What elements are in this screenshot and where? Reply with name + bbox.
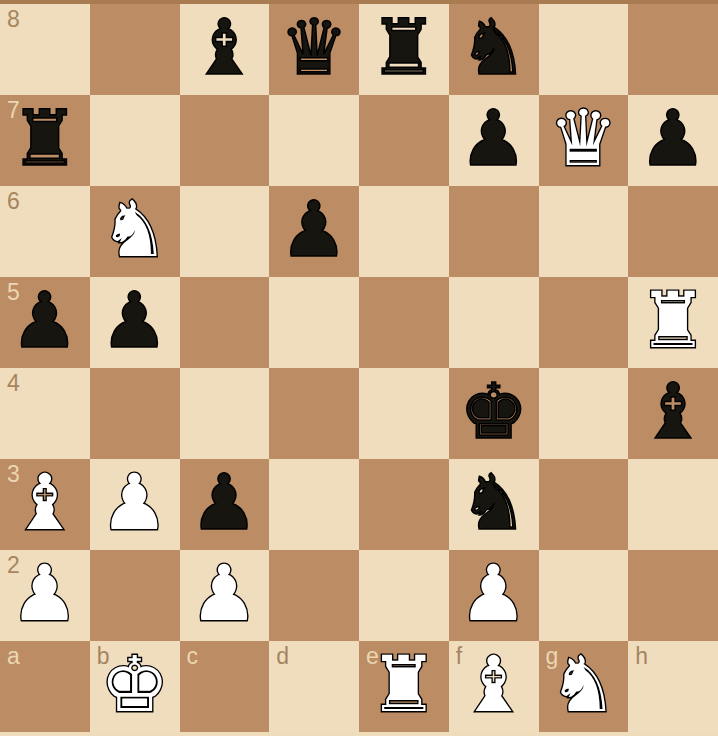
square-e5[interactable] [359, 277, 449, 368]
square-b1[interactable]: b♚ [90, 641, 180, 732]
piece-black-rook[interactable]: ♜ [10, 100, 79, 177]
square-e1[interactable]: e♜ [359, 641, 449, 732]
coord-file-d: d [276, 643, 289, 671]
square-h4[interactable]: ♝ [628, 368, 718, 459]
square-f5[interactable] [449, 277, 539, 368]
square-c6[interactable] [180, 186, 270, 277]
square-g6[interactable] [539, 186, 629, 277]
square-g5[interactable] [539, 277, 629, 368]
square-d8[interactable]: ♛ [269, 4, 359, 95]
square-g7[interactable]: ♛ [539, 95, 629, 186]
square-e8[interactable]: ♜ [359, 4, 449, 95]
coord-file-a: a [7, 643, 20, 671]
square-b8[interactable] [90, 4, 180, 95]
piece-black-knight[interactable]: ♞ [459, 9, 528, 86]
piece-black-rook[interactable]: ♜ [369, 9, 438, 86]
square-g8[interactable] [539, 4, 629, 95]
piece-black-queen[interactable]: ♛ [280, 9, 349, 86]
square-f8[interactable]: ♞ [449, 4, 539, 95]
square-h2[interactable] [628, 550, 718, 641]
square-f4[interactable]: ♚ [449, 368, 539, 459]
piece-white-knight[interactable]: ♞ [100, 191, 169, 268]
square-a5[interactable]: 5♟ [0, 277, 90, 368]
piece-white-knight[interactable]: ♞ [549, 646, 618, 723]
square-f6[interactable] [449, 186, 539, 277]
square-f3[interactable]: ♞ [449, 459, 539, 550]
coord-rank-6: 6 [7, 188, 20, 216]
square-h3[interactable] [628, 459, 718, 550]
square-b4[interactable] [90, 368, 180, 459]
square-b2[interactable] [90, 550, 180, 641]
square-d7[interactable] [269, 95, 359, 186]
square-h8[interactable] [628, 4, 718, 95]
piece-white-pawn[interactable]: ♟ [459, 555, 528, 632]
piece-black-pawn[interactable]: ♟ [100, 282, 169, 359]
square-g4[interactable] [539, 368, 629, 459]
piece-black-pawn[interactable]: ♟ [10, 282, 79, 359]
square-d4[interactable] [269, 368, 359, 459]
square-c3[interactable]: ♟ [180, 459, 270, 550]
coord-rank-4: 4 [7, 370, 20, 398]
square-h1[interactable]: h [628, 641, 718, 732]
piece-white-queen[interactable]: ♛ [549, 100, 618, 177]
square-b6[interactable]: ♞ [90, 186, 180, 277]
piece-black-knight[interactable]: ♞ [459, 464, 528, 541]
piece-white-pawn[interactable]: ♟ [10, 555, 79, 632]
piece-white-king[interactable]: ♚ [100, 646, 169, 723]
coord-file-c: c [187, 643, 199, 671]
piece-black-pawn[interactable]: ♟ [459, 100, 528, 177]
square-f2[interactable]: ♟ [449, 550, 539, 641]
chess-board: 8♝♛♜♞7♜♟♛♟6♞♟5♟♟♜4♚♝3♝♟♟♞2♟♟♟ab♚cde♜f♝g♞… [0, 4, 718, 732]
piece-black-king[interactable]: ♚ [459, 373, 528, 450]
piece-black-bishop[interactable]: ♝ [190, 9, 259, 86]
square-h5[interactable]: ♜ [628, 277, 718, 368]
piece-white-bishop[interactable]: ♝ [459, 646, 528, 723]
piece-white-bishop[interactable]: ♝ [10, 464, 79, 541]
square-d6[interactable]: ♟ [269, 186, 359, 277]
square-b7[interactable] [90, 95, 180, 186]
square-c7[interactable] [180, 95, 270, 186]
square-c8[interactable]: ♝ [180, 4, 270, 95]
piece-black-pawn[interactable]: ♟ [280, 191, 349, 268]
square-e2[interactable] [359, 550, 449, 641]
square-g2[interactable] [539, 550, 629, 641]
square-f7[interactable]: ♟ [449, 95, 539, 186]
square-c1[interactable]: c [180, 641, 270, 732]
square-a6[interactable]: 6 [0, 186, 90, 277]
piece-white-rook[interactable]: ♜ [369, 646, 438, 723]
piece-black-pawn[interactable]: ♟ [639, 100, 708, 177]
coord-file-h: h [635, 643, 648, 671]
piece-white-pawn[interactable]: ♟ [100, 464, 169, 541]
square-c5[interactable] [180, 277, 270, 368]
square-e6[interactable] [359, 186, 449, 277]
square-f1[interactable]: f♝ [449, 641, 539, 732]
piece-white-pawn[interactable]: ♟ [190, 555, 259, 632]
bottom-edge-strip [0, 732, 718, 736]
square-d1[interactable]: d [269, 641, 359, 732]
square-a3[interactable]: 3♝ [0, 459, 90, 550]
square-h6[interactable] [628, 186, 718, 277]
square-a7[interactable]: 7♜ [0, 95, 90, 186]
square-d5[interactable] [269, 277, 359, 368]
square-e4[interactable] [359, 368, 449, 459]
piece-black-bishop[interactable]: ♝ [639, 373, 708, 450]
square-b5[interactable]: ♟ [90, 277, 180, 368]
square-d2[interactable] [269, 550, 359, 641]
square-c4[interactable] [180, 368, 270, 459]
square-b3[interactable]: ♟ [90, 459, 180, 550]
square-a8[interactable]: 8 [0, 4, 90, 95]
coord-rank-8: 8 [7, 6, 20, 34]
square-e7[interactable] [359, 95, 449, 186]
square-a2[interactable]: 2♟ [0, 550, 90, 641]
square-a1[interactable]: a [0, 641, 90, 732]
chess-app-screen: 8♝♛♜♞7♜♟♛♟6♞♟5♟♟♜4♚♝3♝♟♟♞2♟♟♟ab♚cde♜f♝g♞… [0, 0, 718, 736]
square-c2[interactable]: ♟ [180, 550, 270, 641]
square-e3[interactable] [359, 459, 449, 550]
square-h7[interactable]: ♟ [628, 95, 718, 186]
square-g3[interactable] [539, 459, 629, 550]
square-a4[interactable]: 4 [0, 368, 90, 459]
square-d3[interactable] [269, 459, 359, 550]
square-g1[interactable]: g♞ [539, 641, 629, 732]
piece-black-pawn[interactable]: ♟ [190, 464, 259, 541]
piece-white-rook[interactable]: ♜ [639, 282, 708, 359]
